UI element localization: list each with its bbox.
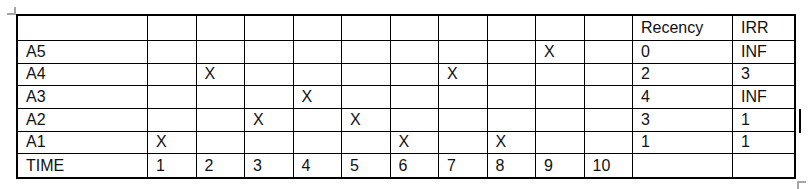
- time-header-cell[interactable]: 4: [294, 154, 343, 177]
- row-label-cell[interactable]: A1: [18, 132, 148, 155]
- event-table: RecencyIRRA5X0INFA4XX23A3X4INFA2XX31A1XX…: [16, 14, 796, 179]
- grid-cell[interactable]: [342, 41, 391, 64]
- grid-cell[interactable]: [294, 41, 343, 64]
- grid-cell[interactable]: [439, 86, 488, 109]
- recency-header[interactable]: Recency: [633, 16, 733, 41]
- grid-cell[interactable]: [391, 16, 440, 41]
- grid-cell[interactable]: [245, 41, 294, 64]
- time-header-cell[interactable]: 2: [197, 154, 246, 177]
- grid-cell[interactable]: [197, 41, 246, 64]
- document-page: RecencyIRRA5X0INFA4XX23A3X4INFA2XX31A1XX…: [0, 0, 809, 189]
- mark-cell[interactable]: X: [197, 64, 246, 87]
- grid-cell[interactable]: [536, 109, 585, 132]
- irr-value-cell[interactable]: 1: [733, 109, 794, 132]
- grid-cell[interactable]: [633, 154, 733, 177]
- time-header-cell[interactable]: 1: [148, 154, 197, 177]
- recency-value-cell[interactable]: 2: [633, 64, 733, 87]
- time-label-cell[interactable]: TIME: [18, 154, 148, 177]
- grid-cell[interactable]: [197, 16, 246, 41]
- irr-value-cell[interactable]: INF: [733, 86, 794, 109]
- grid-cell[interactable]: [294, 64, 343, 87]
- irr-header[interactable]: IRR: [733, 16, 794, 41]
- grid-cell[interactable]: [733, 154, 794, 177]
- grid-cell[interactable]: [197, 132, 246, 155]
- grid-cell[interactable]: [294, 132, 343, 155]
- grid-cell[interactable]: [585, 109, 634, 132]
- grid-cell[interactable]: [585, 132, 634, 155]
- grid-cell[interactable]: [197, 86, 246, 109]
- time-header-cell[interactable]: 7: [439, 154, 488, 177]
- time-header-cell[interactable]: 5: [342, 154, 391, 177]
- time-header-cell[interactable]: 9: [536, 154, 585, 177]
- grid-cell[interactable]: [585, 41, 634, 64]
- recency-value-cell[interactable]: 1: [633, 132, 733, 155]
- recency-value-cell[interactable]: 3: [633, 109, 733, 132]
- irr-value-cell[interactable]: 1: [733, 132, 794, 155]
- recency-value-cell[interactable]: 4: [633, 86, 733, 109]
- grid-cell[interactable]: [342, 132, 391, 155]
- time-header-cell[interactable]: 3: [245, 154, 294, 177]
- grid-cell[interactable]: [585, 86, 634, 109]
- grid-cell[interactable]: [439, 109, 488, 132]
- row-label-cell[interactable]: A2: [18, 109, 148, 132]
- table-boundary-mark-top-left: [7, 7, 16, 15]
- grid-cell[interactable]: [294, 109, 343, 132]
- grid-cell[interactable]: [391, 86, 440, 109]
- recency-value-cell[interactable]: 0: [633, 41, 733, 64]
- mark-cell[interactable]: X: [439, 64, 488, 87]
- grid-cell[interactable]: [391, 109, 440, 132]
- grid-cell[interactable]: [391, 41, 440, 64]
- mark-cell[interactable]: X: [536, 41, 585, 64]
- corner-cell[interactable]: [18, 16, 148, 41]
- row-label-cell[interactable]: A4: [18, 64, 148, 87]
- grid-cell[interactable]: [439, 16, 488, 41]
- irr-value-cell[interactable]: INF: [733, 41, 794, 64]
- row-label-cell[interactable]: A3: [18, 86, 148, 109]
- mark-cell[interactable]: X: [245, 109, 294, 132]
- mark-cell[interactable]: X: [342, 109, 391, 132]
- grid-cell[interactable]: [439, 41, 488, 64]
- grid-cell[interactable]: [585, 16, 634, 41]
- table-boundary-mark-bottom-right: [797, 181, 806, 189]
- grid-cell[interactable]: [245, 86, 294, 109]
- grid-cell[interactable]: [148, 86, 197, 109]
- grid-cell[interactable]: [439, 132, 488, 155]
- time-header-cell[interactable]: 6: [391, 154, 440, 177]
- mark-cell[interactable]: X: [488, 132, 537, 155]
- grid-cell[interactable]: [245, 64, 294, 87]
- grid-cell[interactable]: [488, 86, 537, 109]
- time-header-cell[interactable]: 10: [585, 154, 634, 177]
- mark-cell[interactable]: X: [148, 132, 197, 155]
- grid-cell[interactable]: [342, 16, 391, 41]
- row-label-cell[interactable]: A5: [18, 41, 148, 64]
- time-header-cell[interactable]: 8: [488, 154, 537, 177]
- grid-cell[interactable]: [294, 16, 343, 41]
- irr-value-cell[interactable]: 3: [733, 64, 794, 87]
- mark-cell[interactable]: X: [391, 132, 440, 155]
- grid-cell[interactable]: [342, 64, 391, 87]
- grid-cell[interactable]: [536, 16, 585, 41]
- grid-cell[interactable]: [488, 64, 537, 87]
- grid-cell[interactable]: [488, 109, 537, 132]
- grid-cell[interactable]: [585, 64, 634, 87]
- grid-cell[interactable]: [536, 86, 585, 109]
- grid-cell[interactable]: [536, 64, 585, 87]
- grid-cell[interactable]: [148, 16, 197, 41]
- grid-cell[interactable]: [148, 64, 197, 87]
- grid-cell[interactable]: [488, 16, 537, 41]
- grid-cell[interactable]: [391, 64, 440, 87]
- mark-cell[interactable]: X: [294, 86, 343, 109]
- grid-cell[interactable]: [245, 16, 294, 41]
- grid-cell[interactable]: [536, 132, 585, 155]
- grid-cell[interactable]: [488, 41, 537, 64]
- grid-cell[interactable]: [197, 109, 246, 132]
- grid-cell[interactable]: [245, 132, 294, 155]
- grid-cell[interactable]: [342, 86, 391, 109]
- grid-cell[interactable]: [148, 109, 197, 132]
- grid-cell[interactable]: [148, 41, 197, 64]
- text-caret: [799, 109, 801, 133]
